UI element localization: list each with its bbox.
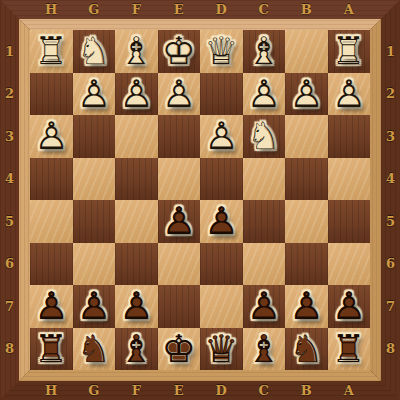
piece-outline-glyph: ♙: [332, 75, 366, 113]
piece-outline-glyph: ♙: [119, 75, 153, 113]
rank-label-2: 2: [381, 73, 400, 116]
rank-label-5: 5: [0, 200, 19, 243]
black-pawn-f7[interactable]: ♟♙: [115, 285, 158, 328]
black-bishop-f8[interactable]: ♝♗: [115, 328, 158, 371]
square-f2[interactable]: ♟♙: [115, 73, 158, 116]
rank-label-6: 6: [0, 243, 19, 286]
square-g8[interactable]: ♞♘: [73, 328, 116, 371]
black-knight-g8[interactable]: ♞♘: [73, 328, 116, 371]
white-pawn-c2[interactable]: ♟♙: [243, 73, 286, 116]
rank-label-4: 4: [0, 158, 19, 201]
white-pawn-f2[interactable]: ♟♙: [115, 73, 158, 116]
black-pawn-c7[interactable]: ♟♙: [243, 285, 286, 328]
piece-outline-glyph: ♙: [204, 117, 238, 155]
piece-outline-glyph: ♗: [119, 330, 153, 368]
piece-outline-glyph: ♙: [247, 75, 281, 113]
file-label-a: A: [328, 381, 371, 400]
square-c3[interactable]: ♞♘: [243, 115, 286, 158]
piece-outline-glyph: ♙: [289, 75, 323, 113]
file-label-e: E: [158, 381, 201, 400]
white-knight-g1[interactable]: ♞♘: [73, 30, 116, 73]
square-c6[interactable]: [243, 243, 286, 286]
white-king-e1[interactable]: ♚♔: [158, 30, 201, 73]
chess-board: ♜♖♞♘♝♗♚♔♛♕♝♗♜♖♟♙♟♙♟♙♟♙♟♙♟♙♟♙♟♙♞♘♟♙♟♙♟♙♟♙…: [30, 30, 370, 370]
rank-label-5: 5: [381, 200, 400, 243]
rank-label-7: 7: [381, 285, 400, 328]
piece-outline-glyph: ♘: [289, 330, 323, 368]
square-d7[interactable]: [200, 285, 243, 328]
file-label-f: F: [115, 0, 158, 19]
file-label-h: H: [30, 0, 73, 19]
square-f3[interactable]: [115, 115, 158, 158]
rank-label-6: 6: [381, 243, 400, 286]
square-g7[interactable]: ♟♙: [73, 285, 116, 328]
piece-outline-glyph: ♗: [247, 32, 281, 70]
piece-outline-glyph: ♙: [332, 287, 366, 325]
piece-outline-glyph: ♙: [77, 287, 111, 325]
square-b3[interactable]: [285, 115, 328, 158]
piece-outline-glyph: ♘: [77, 32, 111, 70]
square-g6[interactable]: [73, 243, 116, 286]
piece-outline-glyph: ♖: [332, 32, 366, 70]
black-pawn-a7[interactable]: ♟♙: [328, 285, 371, 328]
square-h5[interactable]: [30, 200, 73, 243]
black-pawn-b7[interactable]: ♟♙: [285, 285, 328, 328]
piece-outline-glyph: ♙: [119, 287, 153, 325]
black-queen-d8[interactable]: ♛♕: [200, 328, 243, 371]
file-label-g: G: [73, 0, 116, 19]
piece-outline-glyph: ♕: [204, 330, 238, 368]
rank-label-1: 1: [0, 30, 19, 73]
black-pawn-h7[interactable]: ♟♙: [30, 285, 73, 328]
rank-label-8: 8: [0, 328, 19, 371]
square-g5[interactable]: [73, 200, 116, 243]
black-bishop-c8[interactable]: ♝♗: [243, 328, 286, 371]
rank-label-7: 7: [0, 285, 19, 328]
square-f4[interactable]: [115, 158, 158, 201]
square-g2[interactable]: ♟♙: [73, 73, 116, 116]
square-h3[interactable]: ♟♙: [30, 115, 73, 158]
piece-outline-glyph: ♙: [289, 287, 323, 325]
square-b6[interactable]: [285, 243, 328, 286]
square-h4[interactable]: [30, 158, 73, 201]
piece-outline-glyph: ♗: [247, 330, 281, 368]
square-c4[interactable]: [243, 158, 286, 201]
white-pawn-b2[interactable]: ♟♙: [285, 73, 328, 116]
square-a3[interactable]: [328, 115, 371, 158]
square-f6[interactable]: [115, 243, 158, 286]
white-pawn-a2[interactable]: ♟♙: [328, 73, 371, 116]
square-d5[interactable]: ♟♙: [200, 200, 243, 243]
file-label-b: B: [285, 381, 328, 400]
square-e2[interactable]: ♟♙: [158, 73, 201, 116]
square-f5[interactable]: [115, 200, 158, 243]
square-d2[interactable]: [200, 73, 243, 116]
file-label-a: A: [328, 0, 371, 19]
piece-outline-glyph: ♙: [77, 75, 111, 113]
white-queen-d1[interactable]: ♛♕: [200, 30, 243, 73]
white-bishop-f1[interactable]: ♝♗: [115, 30, 158, 73]
square-b7[interactable]: ♟♙: [285, 285, 328, 328]
piece-outline-glyph: ♘: [77, 330, 111, 368]
piece-outline-glyph: ♗: [119, 32, 153, 70]
piece-outline-glyph: ♖: [34, 32, 68, 70]
rank-label-8: 8: [381, 328, 400, 371]
square-a5[interactable]: [328, 200, 371, 243]
square-g4[interactable]: [73, 158, 116, 201]
square-a8[interactable]: ♜♖: [328, 328, 371, 371]
file-labels-top: HGFEDCBA: [30, 0, 370, 19]
square-b1[interactable]: [285, 30, 328, 73]
rank-label-2: 2: [0, 73, 19, 116]
piece-outline-glyph: ♙: [34, 117, 68, 155]
square-f8[interactable]: ♝♗: [115, 328, 158, 371]
square-h2[interactable]: [30, 73, 73, 116]
piece-outline-glyph: ♙: [204, 202, 238, 240]
square-f7[interactable]: ♟♙: [115, 285, 158, 328]
square-d4[interactable]: [200, 158, 243, 201]
piece-outline-glyph: ♖: [332, 330, 366, 368]
piece-outline-glyph: ♘: [247, 117, 281, 155]
white-knight-c3[interactable]: ♞♘: [243, 115, 286, 158]
white-pawn-g2[interactable]: ♟♙: [73, 73, 116, 116]
square-h1[interactable]: ♜♖: [30, 30, 73, 73]
white-pawn-d3[interactable]: ♟♙: [200, 115, 243, 158]
square-c1[interactable]: ♝♗: [243, 30, 286, 73]
square-h7[interactable]: ♟♙: [30, 285, 73, 328]
square-d3[interactable]: ♟♙: [200, 115, 243, 158]
file-label-e: E: [158, 0, 201, 19]
square-c5[interactable]: [243, 200, 286, 243]
file-label-g: G: [73, 381, 116, 400]
piece-outline-glyph: ♙: [162, 75, 196, 113]
square-e6[interactable]: [158, 243, 201, 286]
square-a2[interactable]: ♟♙: [328, 73, 371, 116]
black-knight-b8[interactable]: ♞♘: [285, 328, 328, 371]
square-e7[interactable]: [158, 285, 201, 328]
square-c7[interactable]: ♟♙: [243, 285, 286, 328]
file-label-d: D: [200, 381, 243, 400]
black-pawn-e5[interactable]: ♟♙: [158, 200, 201, 243]
square-a7[interactable]: ♟♙: [328, 285, 371, 328]
square-f1[interactable]: ♝♗: [115, 30, 158, 73]
square-e5[interactable]: ♟♙: [158, 200, 201, 243]
white-pawn-h3[interactable]: ♟♙: [30, 115, 73, 158]
piece-outline-glyph: ♙: [162, 202, 196, 240]
square-e1[interactable]: ♚♔: [158, 30, 201, 73]
white-bishop-c1[interactable]: ♝♗: [243, 30, 286, 73]
black-rook-h8[interactable]: ♜♖: [30, 328, 73, 371]
rank-labels-right: 12345678: [381, 30, 400, 370]
square-b4[interactable]: [285, 158, 328, 201]
square-h6[interactable]: [30, 243, 73, 286]
file-label-f: F: [115, 381, 158, 400]
square-h8[interactable]: ♜♖: [30, 328, 73, 371]
black-rook-a8[interactable]: ♜♖: [328, 328, 371, 371]
rank-label-3: 3: [381, 115, 400, 158]
square-e8[interactable]: ♚♔: [158, 328, 201, 371]
square-d6[interactable]: [200, 243, 243, 286]
square-b2[interactable]: ♟♙: [285, 73, 328, 116]
file-label-c: C: [243, 381, 286, 400]
rank-labels-left: 12345678: [0, 30, 19, 370]
square-a4[interactable]: [328, 158, 371, 201]
piece-outline-glyph: ♖: [34, 330, 68, 368]
square-b5[interactable]: [285, 200, 328, 243]
white-pawn-e2[interactable]: ♟♙: [158, 73, 201, 116]
square-b8[interactable]: ♞♘: [285, 328, 328, 371]
square-e3[interactable]: [158, 115, 201, 158]
black-king-e8[interactable]: ♚♔: [158, 328, 201, 371]
square-g1[interactable]: ♞♘: [73, 30, 116, 73]
file-label-b: B: [285, 0, 328, 19]
piece-outline-glyph: ♙: [34, 287, 68, 325]
square-a6[interactable]: [328, 243, 371, 286]
piece-outline-glyph: ♙: [247, 287, 281, 325]
rank-label-1: 1: [381, 30, 400, 73]
square-c8[interactable]: ♝♗: [243, 328, 286, 371]
piece-outline-glyph: ♔: [162, 32, 196, 70]
file-label-c: C: [243, 0, 286, 19]
square-d8[interactable]: ♛♕: [200, 328, 243, 371]
rank-label-4: 4: [381, 158, 400, 201]
white-rook-h1[interactable]: ♜♖: [30, 30, 73, 73]
square-a1[interactable]: ♜♖: [328, 30, 371, 73]
piece-outline-glyph: ♕: [204, 32, 238, 70]
piece-outline-glyph: ♔: [162, 330, 196, 368]
black-pawn-g7[interactable]: ♟♙: [73, 285, 116, 328]
file-label-h: H: [30, 381, 73, 400]
rank-label-3: 3: [0, 115, 19, 158]
file-labels-bottom: HGFEDCBA: [30, 381, 370, 400]
black-pawn-d5[interactable]: ♟♙: [200, 200, 243, 243]
square-d1[interactable]: ♛♕: [200, 30, 243, 73]
file-label-d: D: [200, 0, 243, 19]
square-e4[interactable]: [158, 158, 201, 201]
square-c2[interactable]: ♟♙: [243, 73, 286, 116]
white-rook-a1[interactable]: ♜♖: [328, 30, 371, 73]
chess-app: HGFEDCBA HGFEDCBA 12345678 12345678 ♜♖♞♘…: [0, 0, 400, 400]
square-g3[interactable]: [73, 115, 116, 158]
